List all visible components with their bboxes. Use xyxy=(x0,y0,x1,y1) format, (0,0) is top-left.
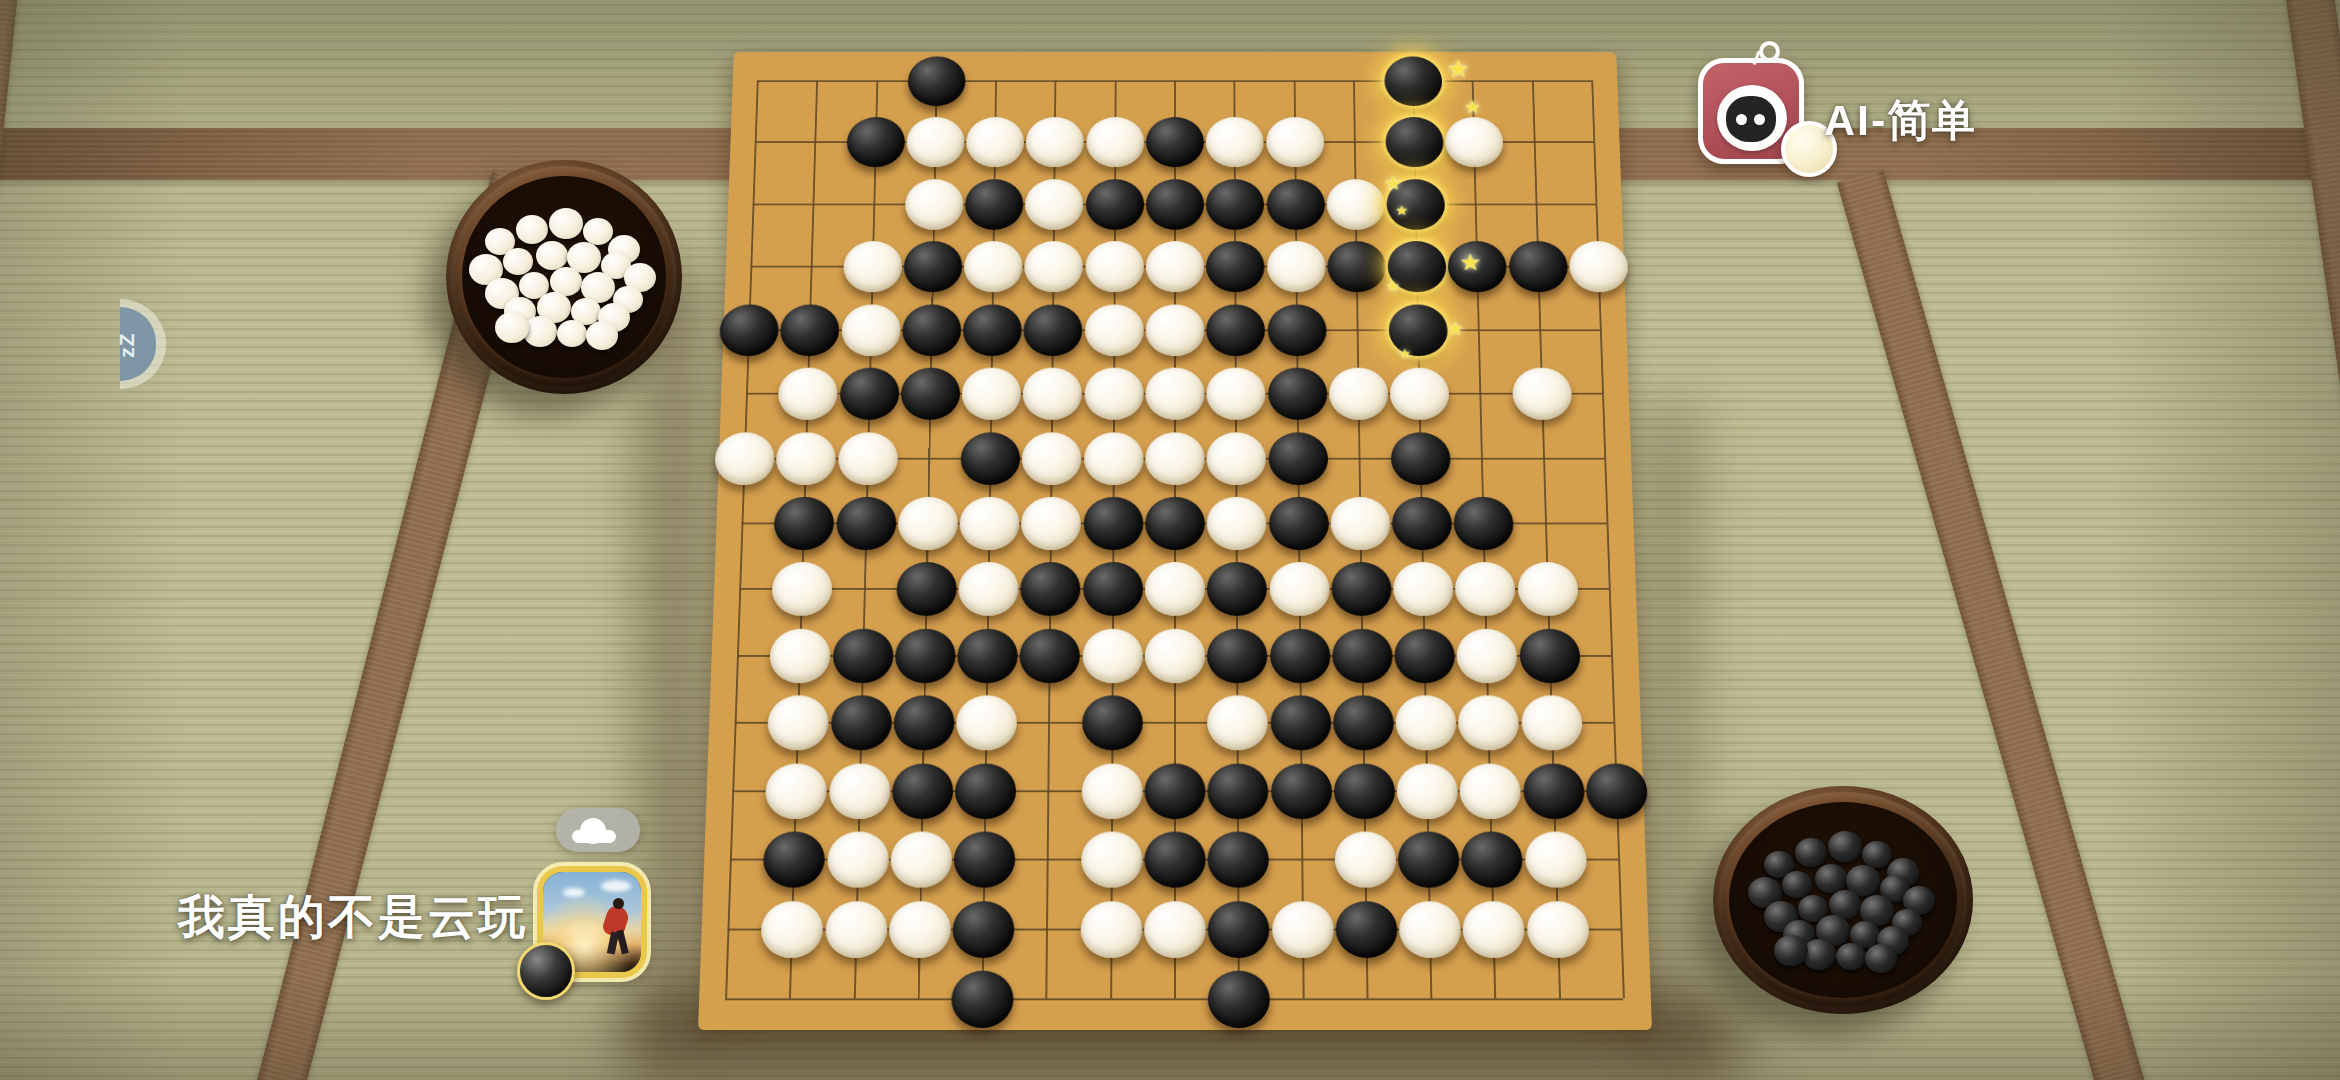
stone-black xyxy=(1386,179,1445,230)
stone-white xyxy=(765,763,828,818)
stone-white xyxy=(828,763,890,818)
stone-white xyxy=(1146,304,1205,356)
stone-black xyxy=(892,763,954,818)
stone-black xyxy=(1269,497,1329,550)
stone-black xyxy=(1384,56,1442,105)
stone-white xyxy=(767,696,829,751)
stone-white xyxy=(1207,368,1266,420)
stone-black xyxy=(955,763,1017,818)
stone-white xyxy=(964,241,1023,292)
stone-black xyxy=(763,832,826,888)
stone-black xyxy=(1392,497,1453,550)
white-bowl-stones xyxy=(462,176,666,378)
stone-white xyxy=(825,901,888,958)
bowl-stone-white xyxy=(516,215,548,244)
cloud-button[interactable] xyxy=(556,808,640,852)
stone-white xyxy=(1086,118,1144,168)
stone-black xyxy=(1206,304,1265,356)
stone-black xyxy=(1461,832,1524,888)
stone-black xyxy=(1389,304,1449,356)
robot-icon xyxy=(1717,85,1787,151)
stone-white xyxy=(1025,179,1084,230)
stone-black xyxy=(1519,629,1581,683)
stone-white xyxy=(958,562,1019,616)
stone-white xyxy=(1026,118,1084,168)
stone-black xyxy=(1208,971,1270,1028)
bowl-stone-white xyxy=(586,321,618,350)
stone-black xyxy=(1327,241,1386,292)
black-bowl-stones xyxy=(1729,802,1957,998)
stone-white xyxy=(1445,118,1504,168)
stone-white xyxy=(1023,368,1082,420)
stone-black xyxy=(907,56,965,105)
stone-white xyxy=(1512,368,1573,420)
bowl-stone-black xyxy=(1774,935,1808,966)
bowl-stone-black xyxy=(1865,944,1897,973)
stone-white xyxy=(1458,696,1520,751)
stone-black xyxy=(719,304,779,356)
stone-black xyxy=(1331,562,1392,616)
stone-black xyxy=(1144,832,1205,888)
stone-black xyxy=(1207,629,1267,683)
stone-black xyxy=(1145,763,1206,818)
stone-black xyxy=(1145,497,1205,550)
stone-black xyxy=(1335,901,1397,958)
stone-black xyxy=(1387,241,1446,292)
stone-black xyxy=(1020,629,1081,683)
stone-black xyxy=(1394,629,1455,683)
robot-eye-icon xyxy=(1754,114,1765,125)
stone-black xyxy=(965,179,1024,230)
stone-white xyxy=(1207,696,1268,751)
stone-white xyxy=(1524,832,1587,888)
go-board[interactable]: ★★★★★★★★ xyxy=(698,52,1652,1030)
stone-white xyxy=(1206,118,1264,168)
opponent-avatar[interactable] xyxy=(1698,58,1804,164)
stone-white xyxy=(1081,832,1142,888)
bowl-stone-white xyxy=(557,320,587,347)
stone-white xyxy=(905,179,964,230)
stone-black xyxy=(961,432,1021,485)
stone-white xyxy=(888,901,951,958)
bowl-stone-black xyxy=(1828,831,1862,862)
stone-white xyxy=(1393,562,1454,616)
stone-black xyxy=(832,629,894,683)
stone-white xyxy=(1080,901,1142,958)
robot-antenna-tip-icon xyxy=(1759,41,1780,62)
stone-black xyxy=(952,901,1014,958)
bowl-stone-white xyxy=(549,208,583,239)
stone-white xyxy=(1517,562,1578,616)
stone-black xyxy=(954,832,1016,888)
stone-white xyxy=(1084,432,1144,485)
stone-white xyxy=(956,696,1017,751)
stone-black xyxy=(1083,497,1143,550)
robot-eye-icon xyxy=(1736,114,1747,125)
stone-white xyxy=(1145,368,1204,420)
stone-black xyxy=(902,304,962,356)
stone-black xyxy=(1271,763,1332,818)
stone-white xyxy=(1272,901,1334,958)
stone-white xyxy=(714,432,775,485)
stone-white xyxy=(1146,241,1204,292)
stone-black xyxy=(903,241,962,292)
stone-black xyxy=(1083,562,1143,616)
stone-white xyxy=(1397,763,1459,818)
stone-black xyxy=(951,971,1014,1028)
stone-white xyxy=(1267,241,1326,292)
stone-white xyxy=(1207,432,1267,485)
stone-black xyxy=(893,696,955,751)
stone-white xyxy=(959,497,1019,550)
stone-white xyxy=(1024,241,1083,292)
stone-black xyxy=(895,629,956,683)
cloud-icon-base xyxy=(572,830,616,843)
stone-white xyxy=(1329,368,1389,420)
stone-white xyxy=(1334,832,1396,888)
stone-white xyxy=(769,629,831,683)
bowl-stone-white xyxy=(583,218,613,245)
white-stone-bowl xyxy=(446,160,682,394)
stone-black xyxy=(1332,629,1393,683)
bowl-stone-black xyxy=(1782,871,1812,898)
stone-black xyxy=(1082,696,1143,751)
stone-black xyxy=(1448,241,1508,292)
stone-white xyxy=(1269,562,1329,616)
stone-black xyxy=(896,562,957,616)
stone-white xyxy=(843,241,903,292)
stone-black xyxy=(1270,629,1331,683)
stone-black xyxy=(1333,696,1394,751)
stone-white xyxy=(772,562,833,616)
stone-white xyxy=(761,901,824,958)
stone-black xyxy=(1398,832,1460,888)
stone-white xyxy=(1081,763,1142,818)
sleep-badge-inner: zZ xyxy=(120,307,156,381)
stone-white xyxy=(1569,241,1629,292)
self-name: 我真的不是云玩 xyxy=(178,886,528,949)
stone-black xyxy=(846,118,905,168)
stone-black xyxy=(1086,179,1144,230)
bowl-stone-white xyxy=(495,312,529,343)
stone-black xyxy=(836,497,897,550)
black-stone-bowl xyxy=(1713,786,1973,1014)
stone-black xyxy=(1207,562,1267,616)
stone-white xyxy=(1399,901,1462,958)
stone-black xyxy=(963,304,1022,356)
stone-white xyxy=(1526,901,1589,958)
stone-white xyxy=(1022,432,1082,485)
black-stone-badge xyxy=(517,942,575,1000)
opponent-name: AI-简单 xyxy=(1824,92,1977,150)
stone-white xyxy=(1085,241,1144,292)
stone-white xyxy=(962,368,1022,420)
stone-black xyxy=(1146,118,1204,168)
bowl-stone-black xyxy=(1815,864,1847,893)
stone-white xyxy=(897,497,958,550)
stone-white xyxy=(1266,118,1324,168)
stone-white xyxy=(890,832,952,888)
stone-white xyxy=(841,304,901,356)
stone-white xyxy=(1390,368,1450,420)
bowl-stone-white xyxy=(503,248,533,275)
stone-black xyxy=(1508,241,1568,292)
stone-black xyxy=(1268,368,1327,420)
stone-black xyxy=(774,497,835,550)
sleep-zz-icon: zZ xyxy=(115,332,139,357)
stone-white xyxy=(826,832,889,888)
bowl-stone-white xyxy=(536,241,568,270)
stone-black xyxy=(1208,832,1269,888)
stone-white xyxy=(1085,304,1144,356)
bowl-stone-black xyxy=(1836,943,1866,970)
stone-black xyxy=(1585,763,1648,818)
stone-black xyxy=(1020,562,1080,616)
stone-white xyxy=(776,432,837,485)
stone-black xyxy=(830,696,892,751)
board-shadow-left xyxy=(640,260,710,1040)
bowl-stone-black xyxy=(1795,838,1827,867)
stone-white xyxy=(906,118,965,168)
stone-white xyxy=(1463,901,1526,958)
grid-line-horizontal xyxy=(725,998,1623,1000)
stone-white xyxy=(1455,562,1516,616)
stone-black xyxy=(1208,901,1270,958)
stone-white xyxy=(1207,497,1267,550)
stone-black xyxy=(1266,179,1325,230)
stone-black xyxy=(839,368,899,420)
stone-white xyxy=(778,368,839,420)
stone-black xyxy=(1268,432,1328,485)
stone-black xyxy=(957,629,1018,683)
stone-black xyxy=(1385,118,1444,168)
stone-white xyxy=(1145,432,1204,485)
stone-white xyxy=(1145,562,1205,616)
robot-face-icon xyxy=(1726,96,1776,142)
stone-white xyxy=(1395,696,1457,751)
sparkle-star-icon: ★ xyxy=(1446,57,1470,81)
stone-black xyxy=(1391,432,1451,485)
stone-white xyxy=(1459,763,1521,818)
stone-black xyxy=(1270,696,1331,751)
stone-black xyxy=(1024,304,1083,356)
stone-white xyxy=(837,432,898,485)
stone-black xyxy=(1146,179,1204,230)
stone-black xyxy=(1208,763,1269,818)
stone-black xyxy=(1334,763,1396,818)
stone-white xyxy=(1084,368,1143,420)
stone-black xyxy=(780,304,840,356)
stone-black xyxy=(1206,241,1265,292)
bowl-stone-black xyxy=(1862,841,1892,868)
stone-white xyxy=(1021,497,1081,550)
stone-white xyxy=(1521,696,1583,751)
stone-black xyxy=(1267,304,1326,356)
stone-black xyxy=(1206,179,1264,230)
stone-white xyxy=(966,118,1025,168)
stone-white xyxy=(1145,629,1205,683)
stone-white xyxy=(1330,497,1390,550)
stone-white xyxy=(1326,179,1385,230)
stone-black xyxy=(1522,763,1585,818)
stone-white xyxy=(1082,629,1142,683)
stone-black xyxy=(1454,497,1515,550)
stone-white xyxy=(1144,901,1206,958)
stone-white xyxy=(1456,629,1518,683)
stone-black xyxy=(900,368,960,420)
